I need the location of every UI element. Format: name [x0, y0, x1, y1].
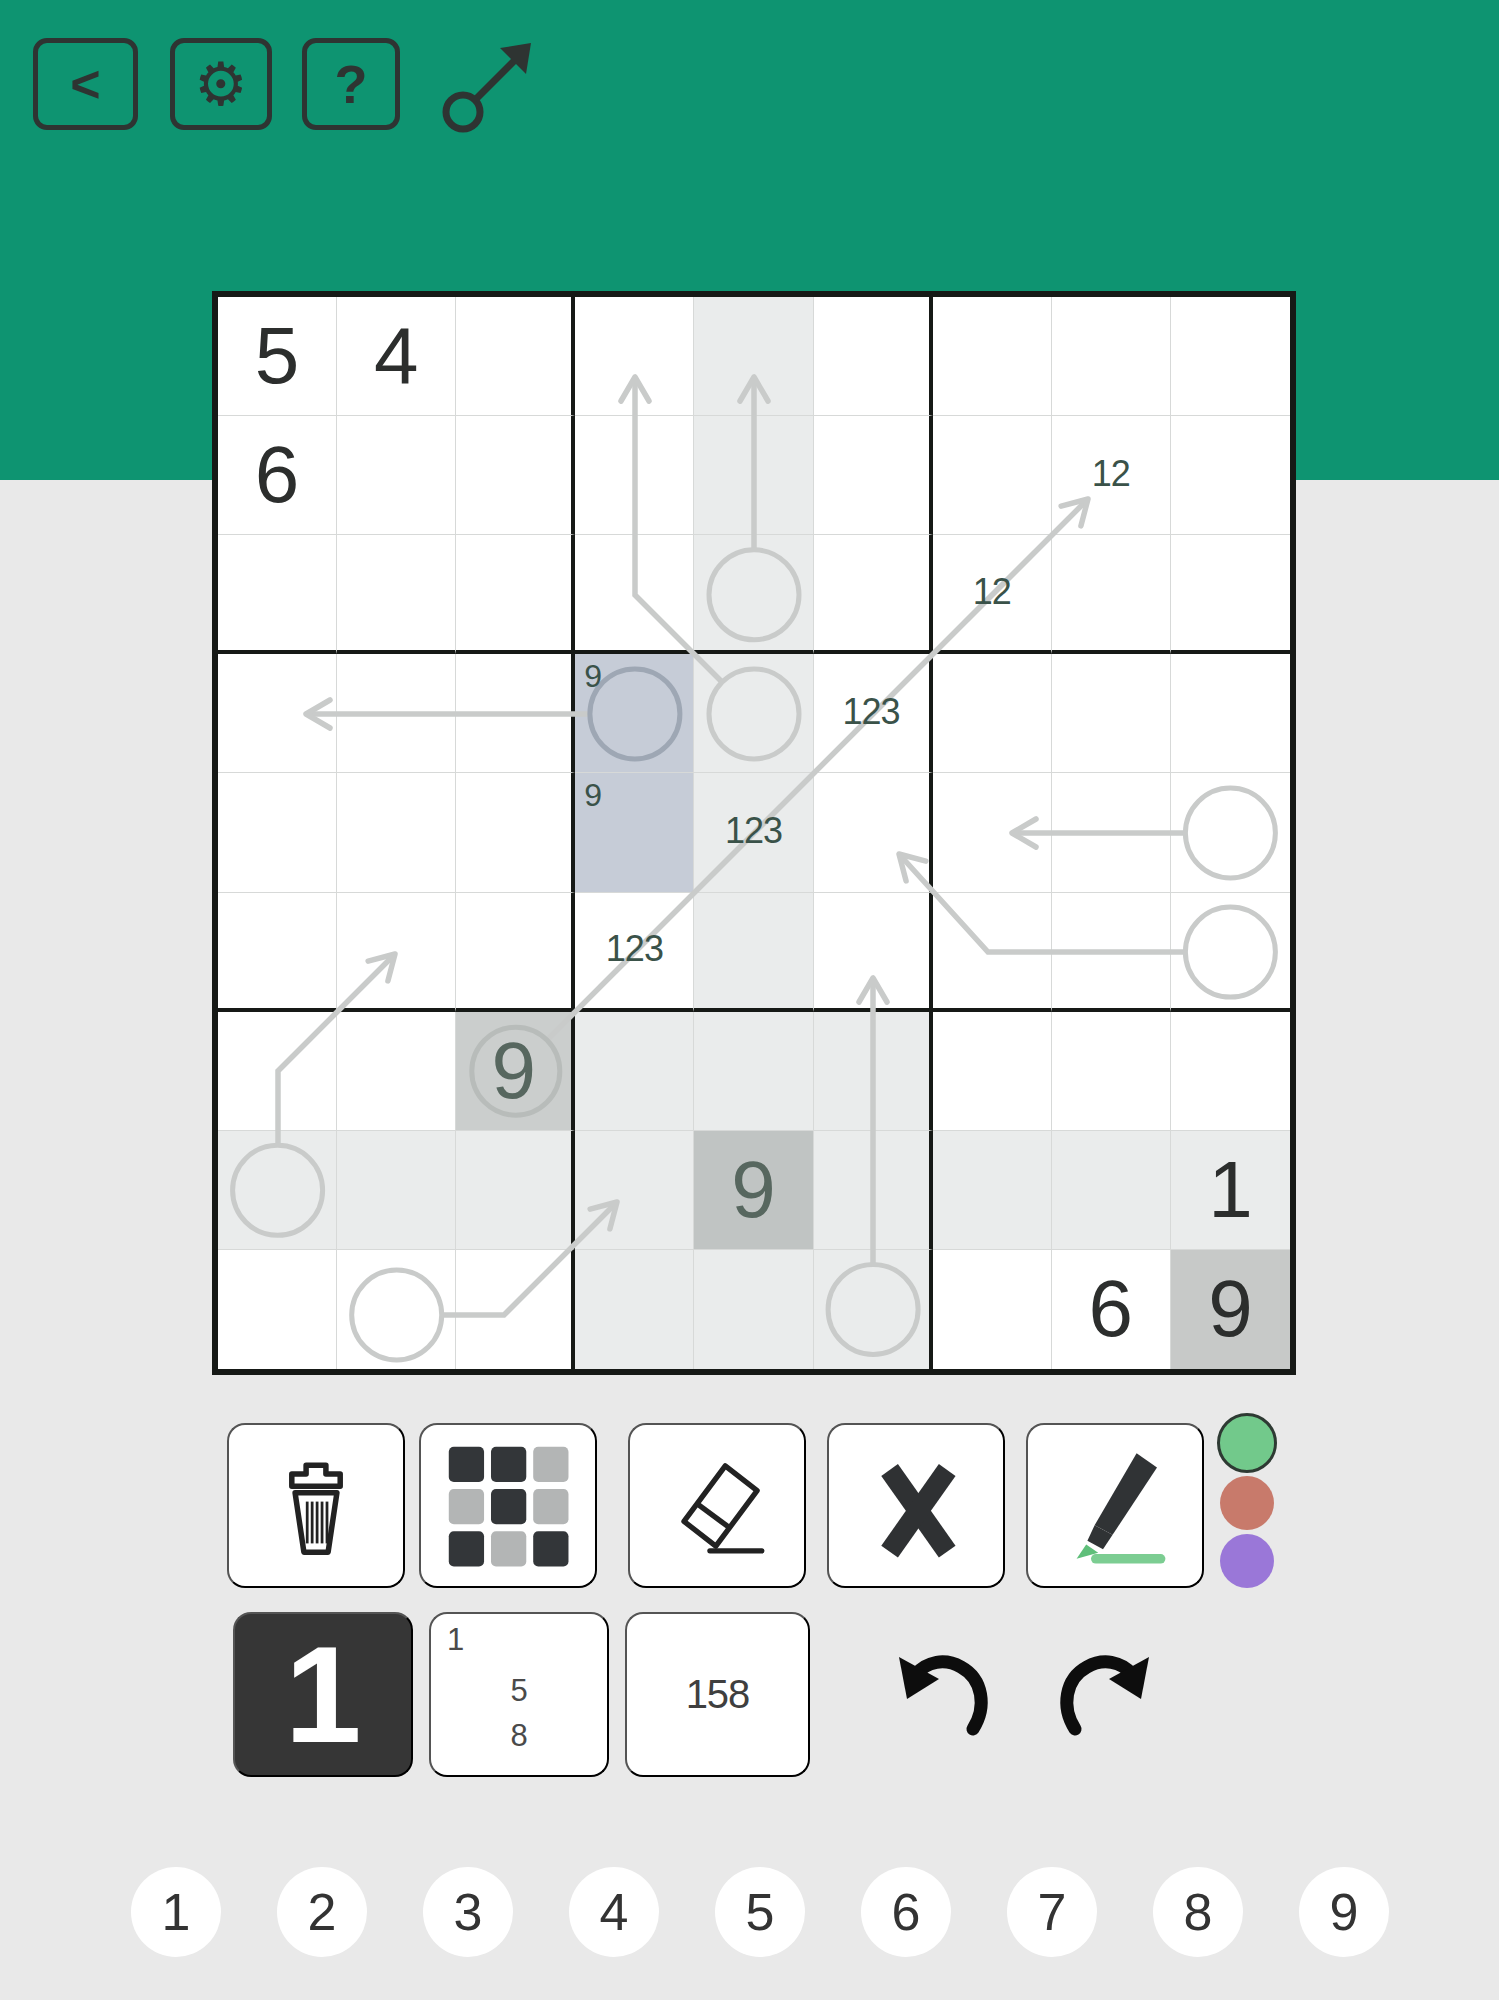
numpad-8[interactable]: 8: [1153, 1867, 1243, 1957]
marker-button[interactable]: [1026, 1423, 1204, 1588]
cell-r3c6[interactable]: [814, 535, 933, 654]
numpad-1[interactable]: 1: [131, 1867, 221, 1957]
cell-r7c5[interactable]: [694, 1012, 813, 1131]
corner-mode-digit: 8: [510, 1718, 527, 1754]
cell-r2c9[interactable]: [1171, 416, 1290, 535]
cell-r5c3[interactable]: [456, 773, 575, 892]
cell-r1c3[interactable]: [456, 297, 575, 416]
cell-r9c6[interactable]: [814, 1250, 933, 1369]
cell-r8c9[interactable]: 1: [1171, 1131, 1290, 1250]
given-r8c9: 1: [1208, 1150, 1253, 1230]
cell-r9c9[interactable]: 9: [1171, 1250, 1290, 1369]
cell-r2c8[interactable]: 12: [1052, 416, 1171, 535]
corner-mode-digit: 1: [447, 1622, 464, 1658]
cell-r8c6[interactable]: [814, 1131, 933, 1250]
trash-icon: [261, 1446, 371, 1566]
cell-r1c4[interactable]: [575, 297, 694, 416]
cell-r5c8[interactable]: [1052, 773, 1171, 892]
cell-r5c9[interactable]: [1171, 773, 1290, 892]
cell-r6c3[interactable]: [456, 893, 575, 1012]
cell-r5c7[interactable]: [933, 773, 1052, 892]
back-button[interactable]: <: [33, 38, 138, 130]
cell-r3c2[interactable]: [337, 535, 456, 654]
cell-r8c8[interactable]: [1052, 1131, 1171, 1250]
given-r2c1: 6: [255, 435, 300, 515]
cell-r4c5[interactable]: [694, 654, 813, 773]
center-mark-mode-button[interactable]: 158: [625, 1612, 810, 1777]
numpad-9[interactable]: 9: [1299, 1867, 1389, 1957]
cell-r1c8[interactable]: [1052, 297, 1171, 416]
cell-r3c8[interactable]: [1052, 535, 1171, 654]
cell-r2c6[interactable]: [814, 416, 933, 535]
marker-icon: [1055, 1446, 1175, 1566]
entry-r8c5: 9: [731, 1150, 776, 1230]
given-r1c1: 5: [255, 316, 300, 396]
cell-r3c7[interactable]: 12: [933, 535, 1052, 654]
cell-r2c2[interactable]: [337, 416, 456, 535]
cell-r9c3[interactable]: [456, 1250, 575, 1369]
cell-r1c2[interactable]: 4: [337, 297, 456, 416]
cell-r5c4[interactable]: 9: [575, 773, 694, 892]
numpad-6[interactable]: 6: [861, 1867, 951, 1957]
eraser-button[interactable]: [628, 1423, 806, 1588]
cell-r6c9[interactable]: [1171, 893, 1290, 1012]
delete-button[interactable]: [227, 1423, 405, 1588]
color-grid-icon: [445, 1443, 571, 1569]
corner-mark-mode-button[interactable]: 1 5 8: [429, 1612, 609, 1777]
cell-r6c8[interactable]: [1052, 893, 1171, 1012]
cell-r2c3[interactable]: [456, 416, 575, 535]
settings-button[interactable]: ⚙: [170, 38, 272, 130]
color-pattern-button[interactable]: [419, 1423, 597, 1588]
cell-r2c5[interactable]: [694, 416, 813, 535]
gear-icon: ⚙: [194, 49, 248, 119]
cell-r6c7[interactable]: [933, 893, 1052, 1012]
cell-r4c9[interactable]: [1171, 654, 1290, 773]
cell-r7c3[interactable]: 9: [456, 1012, 575, 1131]
cell-r7c6[interactable]: [814, 1012, 933, 1131]
help-button[interactable]: ?: [302, 38, 400, 130]
cell-r5c5[interactable]: 123: [694, 773, 813, 892]
cell-r8c4[interactable]: [575, 1131, 694, 1250]
digit-mode-button[interactable]: 1: [233, 1612, 413, 1777]
numpad-2[interactable]: 2: [277, 1867, 367, 1957]
cell-r2c4[interactable]: [575, 416, 694, 535]
cell-r4c1[interactable]: [218, 654, 337, 773]
cell-r8c5[interactable]: 9: [694, 1131, 813, 1250]
cell-r5c2[interactable]: [337, 773, 456, 892]
entry-r7c3: 9: [492, 1031, 537, 1111]
cell-r1c7[interactable]: [933, 297, 1052, 416]
cell-r4c7[interactable]: [933, 654, 1052, 773]
cell-r7c9[interactable]: [1171, 1012, 1290, 1131]
cell-r6c5[interactable]: [694, 893, 813, 1012]
given-r1c2: 4: [374, 316, 419, 396]
number-pad: 123456789: [131, 1867, 1389, 1957]
cell-r8c2[interactable]: [337, 1131, 456, 1250]
cell-r1c6[interactable]: [814, 297, 933, 416]
cross-icon: [856, 1446, 976, 1566]
cell-r9c8[interactable]: 6: [1052, 1250, 1171, 1369]
cell-r6c1[interactable]: [218, 893, 337, 1012]
numpad-5[interactable]: 5: [715, 1867, 805, 1957]
cell-r7c2[interactable]: [337, 1012, 456, 1131]
given-r9c8: 6: [1089, 1269, 1134, 1349]
cell-r7c1[interactable]: [218, 1012, 337, 1131]
cell-r3c1[interactable]: [218, 535, 337, 654]
cmark-r6c4: 123: [575, 928, 693, 970]
cell-r4c8[interactable]: [1052, 654, 1171, 773]
undo-button[interactable]: [890, 1645, 1000, 1745]
cell-r9c4[interactable]: [575, 1250, 694, 1369]
cell-r4c6[interactable]: 123: [814, 654, 933, 773]
cell-r4c2[interactable]: [337, 654, 456, 773]
share-icon[interactable]: [430, 22, 550, 142]
cell-r3c5[interactable]: [694, 535, 813, 654]
given-r9c9: 9: [1208, 1269, 1253, 1349]
cell-r3c3[interactable]: [456, 535, 575, 654]
cell-r6c4[interactable]: 123: [575, 893, 694, 1012]
cmark-r5c5: 123: [694, 811, 812, 853]
cell-r5c6[interactable]: [814, 773, 933, 892]
cell-r7c4[interactable]: [575, 1012, 694, 1131]
cell-r4c4[interactable]: 9: [575, 654, 694, 773]
color-dot-purple[interactable]: [1220, 1534, 1274, 1588]
color-dot-red[interactable]: [1220, 1476, 1274, 1530]
cell-r6c2[interactable]: [337, 893, 456, 1012]
cell-r2c7[interactable]: [933, 416, 1052, 535]
cell-r3c4[interactable]: [575, 535, 694, 654]
cell-r7c8[interactable]: [1052, 1012, 1171, 1131]
cmark-r3c7: 12: [933, 571, 1051, 613]
cell-r1c5[interactable]: [694, 297, 813, 416]
cell-r2c1[interactable]: 6: [218, 416, 337, 535]
cmark-r4c6: 123: [814, 692, 929, 734]
cell-r8c1[interactable]: [218, 1131, 337, 1250]
cell-r1c1[interactable]: 5: [218, 297, 337, 416]
color-dot-green[interactable]: [1217, 1413, 1277, 1473]
cell-r3c9[interactable]: [1171, 535, 1290, 654]
cell-r8c7[interactable]: [933, 1131, 1052, 1250]
numpad-3[interactable]: 3: [423, 1867, 513, 1957]
cell-r1c9[interactable]: [1171, 297, 1290, 416]
numpad-7[interactable]: 7: [1007, 1867, 1097, 1957]
eraser-icon: [658, 1447, 776, 1565]
cell-r5c1[interactable]: [218, 773, 337, 892]
cell-r9c5[interactable]: [694, 1250, 813, 1369]
corner-r5c4: 9: [584, 777, 602, 814]
cell-r9c7[interactable]: [933, 1250, 1052, 1369]
sudoku-board: 54612129123912312399169: [212, 291, 1296, 1375]
corner-mode-digit: 5: [510, 1673, 527, 1709]
cmark-r2c8: 12: [1052, 453, 1170, 495]
cell-r4c3[interactable]: [456, 654, 575, 773]
cell-r8c3[interactable]: [456, 1131, 575, 1250]
corner-r4c4: 9: [584, 658, 602, 695]
cross-button[interactable]: [827, 1423, 1005, 1588]
numpad-4[interactable]: 4: [569, 1867, 659, 1957]
redo-button[interactable]: [1048, 1645, 1158, 1745]
cell-r9c1[interactable]: [218, 1250, 337, 1369]
cell-r9c2[interactable]: [337, 1250, 456, 1369]
cell-r6c6[interactable]: [814, 893, 933, 1012]
cell-r7c7[interactable]: [933, 1012, 1052, 1131]
